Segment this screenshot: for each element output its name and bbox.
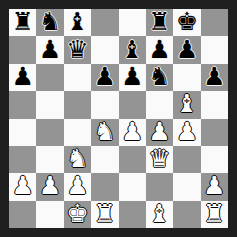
piece-white-pawn-icon: ♟ [66,173,88,198]
square-g8[interactable]: ♚ [173,9,200,36]
square-g1[interactable] [173,201,200,228]
square-h8[interactable] [201,9,228,36]
square-c1[interactable]: ♚ [64,201,91,228]
square-a8[interactable]: ♜ [9,9,36,36]
square-d1[interactable]: ♜ [91,201,118,228]
square-c5[interactable] [64,91,91,118]
square-g7[interactable]: ♟ [173,36,200,63]
piece-white-pawn-icon: ♟ [11,173,33,198]
square-c4[interactable] [64,119,91,146]
square-h2[interactable]: ♟ [201,173,228,200]
piece-white-queen-icon: ♛ [148,146,170,171]
piece-white-pawn-icon: ♟ [121,119,143,144]
square-b7[interactable]: ♟ [36,36,63,63]
piece-black-pawn-icon: ♟ [94,64,116,89]
chess-board: ♜♞♝♜♚♟♛♝♟♟♟♟♟♞♟♝♞♟♟♟♞♛♟♟♟♟♚♜♝♜ [9,9,228,228]
piece-white-pawn-icon: ♟ [148,119,170,144]
square-f4[interactable]: ♟ [146,119,173,146]
square-f6[interactable]: ♞ [146,64,173,91]
square-g3[interactable] [173,146,200,173]
piece-black-pawn-icon: ♟ [176,37,198,62]
square-f8[interactable]: ♜ [146,9,173,36]
square-e1[interactable] [119,201,146,228]
piece-white-bishop-icon: ♝ [176,91,198,116]
piece-black-knight-icon: ♞ [148,64,170,89]
square-d3[interactable] [91,146,118,173]
square-g2[interactable] [173,173,200,200]
square-e2[interactable] [119,173,146,200]
square-b6[interactable] [36,64,63,91]
square-c2[interactable]: ♟ [64,173,91,200]
square-h1[interactable]: ♜ [201,201,228,228]
square-b1[interactable] [36,201,63,228]
square-h3[interactable] [201,146,228,173]
piece-black-pawn-icon: ♟ [148,37,170,62]
square-b4[interactable] [36,119,63,146]
piece-white-rook-icon: ♜ [94,201,116,226]
square-e7[interactable]: ♝ [119,36,146,63]
square-f3[interactable]: ♛ [146,146,173,173]
square-a5[interactable] [9,91,36,118]
piece-black-pawn-icon: ♟ [39,37,61,62]
board-frame: ♜♞♝♜♚♟♛♝♟♟♟♟♟♞♟♝♞♟♟♟♞♛♟♟♟♟♚♜♝♜ [0,0,237,237]
piece-white-pawn-icon: ♟ [203,173,225,198]
square-c3[interactable]: ♞ [64,146,91,173]
square-d8[interactable] [91,9,118,36]
square-a2[interactable]: ♟ [9,173,36,200]
piece-white-bishop-icon: ♝ [148,201,170,226]
piece-black-rook-icon: ♜ [148,9,170,34]
square-h4[interactable] [201,119,228,146]
square-h7[interactable] [201,36,228,63]
square-a1[interactable] [9,201,36,228]
square-h5[interactable] [201,91,228,118]
piece-black-bishop-icon: ♝ [66,9,88,34]
square-f5[interactable] [146,91,173,118]
square-f2[interactable] [146,173,173,200]
piece-white-pawn-icon: ♟ [39,173,61,198]
square-e4[interactable]: ♟ [119,119,146,146]
piece-black-bishop-icon: ♝ [121,37,143,62]
square-a6[interactable]: ♟ [9,64,36,91]
square-d5[interactable] [91,91,118,118]
piece-black-rook-icon: ♜ [11,9,33,34]
square-d7[interactable] [91,36,118,63]
piece-white-knight-icon: ♞ [94,119,116,144]
square-b8[interactable]: ♞ [36,9,63,36]
piece-white-rook-icon: ♜ [203,201,225,226]
piece-white-pawn-icon: ♟ [176,119,198,144]
square-b5[interactable] [36,91,63,118]
square-a7[interactable] [9,36,36,63]
square-e5[interactable] [119,91,146,118]
square-c7[interactable]: ♛ [64,36,91,63]
piece-white-king-icon: ♚ [66,201,88,226]
square-d2[interactable] [91,173,118,200]
square-e6[interactable]: ♟ [119,64,146,91]
piece-black-king-icon: ♚ [176,9,198,34]
square-b3[interactable] [36,146,63,173]
square-e8[interactable] [119,9,146,36]
square-f1[interactable]: ♝ [146,201,173,228]
square-e3[interactable] [119,146,146,173]
piece-black-pawn-icon: ♟ [203,64,225,89]
square-c6[interactable] [64,64,91,91]
piece-white-knight-icon: ♞ [66,146,88,171]
square-a4[interactable] [9,119,36,146]
piece-black-queen-icon: ♛ [66,37,88,62]
square-a3[interactable] [9,146,36,173]
square-c8[interactable]: ♝ [64,9,91,36]
square-g5[interactable]: ♝ [173,91,200,118]
piece-black-pawn-icon: ♟ [121,64,143,89]
square-g6[interactable] [173,64,200,91]
piece-black-pawn-icon: ♟ [11,64,33,89]
square-g4[interactable]: ♟ [173,119,200,146]
square-h6[interactable]: ♟ [201,64,228,91]
square-d4[interactable]: ♞ [91,119,118,146]
square-d6[interactable]: ♟ [91,64,118,91]
piece-black-knight-icon: ♞ [39,9,61,34]
square-f7[interactable]: ♟ [146,36,173,63]
square-b2[interactable]: ♟ [36,173,63,200]
